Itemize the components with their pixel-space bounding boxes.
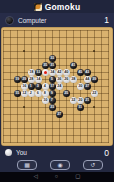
grid-line-horizontal	[3, 37, 109, 38]
grid-line-horizontal	[3, 128, 109, 129]
move-number: 42	[57, 70, 61, 74]
new-game-button[interactable]: ▦	[17, 160, 37, 170]
stone: 11	[77, 104, 84, 111]
stone: 26	[63, 76, 70, 83]
stone: 6	[35, 90, 42, 97]
move-number: 27	[57, 112, 61, 116]
stone: 20	[77, 97, 84, 104]
move-number: 35	[43, 63, 47, 67]
stone: 32	[70, 97, 77, 104]
move-number: 13	[36, 70, 40, 74]
stone: 1	[28, 83, 35, 90]
move-number: 44	[85, 77, 89, 81]
you-score: 0	[104, 148, 109, 158]
stone: 10	[42, 97, 49, 104]
grid-line-horizontal	[3, 30, 109, 31]
android-recents-icon[interactable]: ▢	[75, 174, 80, 180]
move-number: 26	[64, 77, 68, 81]
stone: 31	[49, 62, 56, 69]
stone: 22	[91, 90, 98, 97]
move-number: 19	[15, 77, 19, 81]
stone: 39	[91, 76, 98, 83]
stone: 34	[49, 69, 56, 76]
grid-line-horizontal	[3, 44, 109, 45]
black-stone-icon	[5, 16, 14, 25]
computer-player-bar: Computer 1	[0, 13, 114, 27]
stone: 41	[70, 62, 77, 69]
stone: 3	[35, 83, 42, 90]
stone: 35	[42, 62, 49, 69]
stone: 12	[21, 90, 28, 97]
stone: 8	[42, 90, 49, 97]
last-move-marker	[44, 71, 47, 74]
move-number: 31	[50, 63, 54, 67]
move-number: 25	[64, 91, 68, 95]
move-number: 30	[78, 84, 82, 88]
move-number: 38	[71, 77, 75, 81]
stone: 29	[21, 76, 28, 83]
stone: 2	[28, 90, 35, 97]
move-number: 7	[51, 98, 53, 102]
stone: 9	[49, 90, 56, 97]
you-label: You	[16, 149, 27, 156]
move-number: 1	[30, 84, 32, 88]
move-number: 22	[92, 91, 96, 95]
gomoku-board[interactable]: 1234567891011121314151617181920212223242…	[1, 27, 113, 146]
move-number: 20	[78, 98, 82, 102]
move-number: 21	[85, 98, 89, 102]
move-number: 43	[85, 70, 89, 74]
android-home-icon[interactable]: ○	[55, 174, 58, 180]
move-number: 18	[29, 70, 33, 74]
move-number: 15	[15, 91, 19, 95]
new-game-icon: ▦	[24, 162, 30, 168]
stone: 36	[56, 76, 63, 83]
stone: 33	[49, 55, 56, 62]
stone: 16	[21, 83, 28, 90]
toolbar: ▦ ◉ ↺	[0, 159, 114, 172]
move-number: 32	[71, 98, 75, 102]
android-nav-bar: ◁ ○ ▢	[0, 172, 114, 182]
move-number: 34	[50, 70, 54, 74]
stone: 43	[84, 69, 91, 76]
stone: 38	[70, 76, 77, 83]
stone: 5	[49, 76, 56, 83]
grid-line-horizontal	[3, 100, 109, 101]
move-number: 8	[44, 91, 46, 95]
move-number: 17	[50, 84, 54, 88]
move-number: 11	[78, 105, 82, 109]
gomoku-app-screen: Gomoku Computer 1 1234567891011121314151…	[0, 0, 114, 182]
move-number: 45	[78, 70, 82, 74]
you-player-bar: You 0	[0, 146, 114, 159]
move-number: 23	[50, 105, 54, 109]
stone: 17	[49, 83, 56, 90]
move-number: 24	[57, 84, 61, 88]
stone: 18	[28, 69, 35, 76]
move-number: 2	[30, 91, 32, 95]
stone: 14	[35, 76, 42, 83]
move-number: 6	[37, 91, 39, 95]
stone: 30	[77, 83, 84, 90]
stone: 23	[49, 104, 56, 111]
stone: 7	[49, 97, 56, 104]
stone: 37	[84, 83, 91, 90]
stone: 27	[56, 111, 63, 118]
grid-line-horizontal	[3, 142, 109, 143]
app-title: Gomoku	[45, 2, 81, 12]
move-number: 28	[29, 77, 33, 81]
move-number: 29	[22, 77, 26, 81]
stone: 24	[56, 83, 63, 90]
grid-line-horizontal	[3, 121, 109, 122]
gomoku-app-icon	[34, 3, 42, 11]
move-number: 5	[51, 77, 53, 81]
stone: 25	[63, 90, 70, 97]
move-number: 14	[36, 77, 40, 81]
star-point	[23, 106, 25, 108]
stone: 40	[63, 69, 70, 76]
title-bar: Gomoku	[0, 0, 114, 13]
stone: 42	[56, 69, 63, 76]
move-number: 10	[43, 98, 47, 102]
grid-line-horizontal	[3, 65, 109, 66]
grid-line-horizontal	[3, 58, 109, 59]
star-point	[93, 106, 95, 108]
move-number: 41	[71, 63, 75, 67]
move-number: 3	[37, 84, 39, 88]
stone: 15	[14, 90, 21, 97]
stone: 19	[14, 76, 21, 83]
android-back-icon[interactable]: ◁	[34, 174, 38, 180]
stone: 45	[77, 69, 84, 76]
move-number: 37	[85, 84, 89, 88]
computer-score: 1	[104, 15, 109, 25]
move-number: 12	[22, 91, 26, 95]
computer-label: Computer	[18, 17, 47, 24]
undo-icon: ↺	[90, 162, 95, 168]
move-number: 4	[44, 84, 46, 88]
move-number: 39	[92, 77, 96, 81]
stone-last-move	[42, 69, 49, 76]
hint-icon: ◉	[57, 162, 62, 168]
star-point	[23, 50, 25, 52]
hint-button[interactable]: ◉	[50, 160, 70, 170]
stone: 44	[84, 76, 91, 83]
move-number: 9	[51, 91, 53, 95]
stone: 28	[28, 76, 35, 83]
move-number: 16	[22, 84, 26, 88]
move-number: 36	[57, 77, 61, 81]
grid-line-horizontal	[3, 135, 109, 136]
stone: 13	[35, 69, 42, 76]
star-point	[93, 50, 95, 52]
stone: 21	[84, 97, 91, 104]
stone: 4	[42, 83, 49, 90]
move-number: 33	[50, 56, 54, 60]
undo-button[interactable]: ↺	[83, 160, 103, 170]
move-number: 40	[64, 70, 68, 74]
white-stone-icon	[5, 149, 12, 156]
